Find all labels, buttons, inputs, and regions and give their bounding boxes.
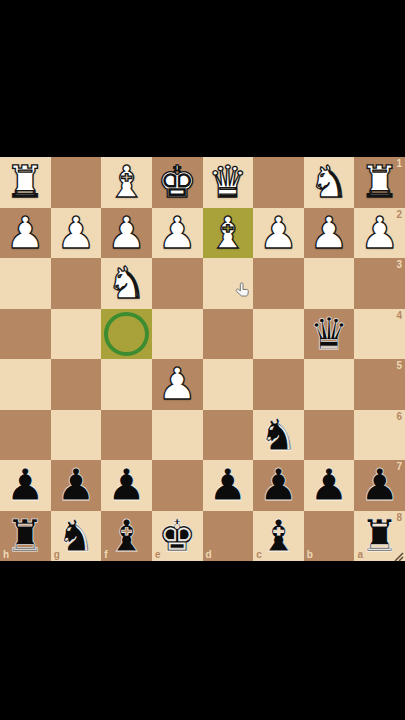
square-e3[interactable]	[152, 258, 203, 309]
square-a4[interactable]: 4	[354, 309, 405, 360]
square-b6[interactable]	[304, 410, 355, 461]
square-e4[interactable]	[152, 309, 203, 360]
square-h4[interactable]	[0, 309, 51, 360]
square-g1[interactable]	[51, 157, 102, 208]
square-d1[interactable]: ♛	[203, 157, 254, 208]
rank-label-5: 5	[396, 360, 402, 371]
square-f3[interactable]: ♞	[101, 258, 152, 309]
square-f2[interactable]: ♟	[101, 208, 152, 259]
white-bishop: ♝	[101, 157, 152, 208]
rank-label-6: 6	[396, 411, 402, 422]
square-g7[interactable]: ♟	[51, 460, 102, 511]
file-label-b: b	[307, 549, 313, 560]
square-h1[interactable]: ♜	[0, 157, 51, 208]
white-pawn: ♟	[253, 208, 304, 259]
square-f4[interactable]	[101, 309, 152, 360]
black-knight: ♞	[253, 410, 304, 461]
square-c4[interactable]	[253, 309, 304, 360]
square-h2[interactable]: ♟	[0, 208, 51, 259]
square-a5[interactable]: 5	[354, 359, 405, 410]
square-g3[interactable]	[51, 258, 102, 309]
square-d6[interactable]	[203, 410, 254, 461]
white-knight: ♞	[304, 157, 355, 208]
black-queen: ♛	[304, 309, 355, 360]
square-d3[interactable]	[203, 258, 254, 309]
square-f7[interactable]: ♟	[101, 460, 152, 511]
black-pawn: ♟	[203, 460, 254, 511]
white-pawn: ♟	[0, 208, 51, 259]
square-f6[interactable]	[101, 410, 152, 461]
square-a6[interactable]: 6	[354, 410, 405, 461]
square-f8[interactable]: ♝f	[101, 511, 152, 562]
circle-annotation-f4	[104, 312, 149, 357]
square-h3[interactable]	[0, 258, 51, 309]
square-b4[interactable]: ♛	[304, 309, 355, 360]
square-e6[interactable]	[152, 410, 203, 461]
square-g6[interactable]	[51, 410, 102, 461]
square-b7[interactable]: ♟	[304, 460, 355, 511]
white-rook: ♜	[0, 157, 51, 208]
rank-label-7: 7	[396, 461, 402, 472]
square-c5[interactable]	[253, 359, 304, 410]
file-label-e: e	[155, 549, 161, 560]
square-e5[interactable]: ♟	[152, 359, 203, 410]
square-f1[interactable]: ♝	[101, 157, 152, 208]
file-label-a: a	[357, 549, 363, 560]
square-a2[interactable]: ♟2	[354, 208, 405, 259]
square-e7[interactable]	[152, 460, 203, 511]
file-label-d: d	[206, 549, 212, 560]
square-e1[interactable]: ♚	[152, 157, 203, 208]
square-e8[interactable]: ♚e	[152, 511, 203, 562]
square-g5[interactable]	[51, 359, 102, 410]
white-pawn: ♟	[101, 208, 152, 259]
square-a8[interactable]: ♜8a	[354, 511, 405, 562]
black-pawn: ♟	[101, 460, 152, 511]
square-g2[interactable]: ♟	[51, 208, 102, 259]
square-d5[interactable]	[203, 359, 254, 410]
rank-label-8: 8	[396, 512, 402, 523]
square-d7[interactable]: ♟	[203, 460, 254, 511]
video-frame: { "game": "chess", "description": "Liche…	[0, 0, 405, 720]
file-label-g: g	[54, 549, 60, 560]
file-label-h: h	[3, 549, 9, 560]
black-bishop: ♝	[101, 511, 152, 562]
square-c7[interactable]: ♟	[253, 460, 304, 511]
white-king: ♚	[152, 157, 203, 208]
file-label-f: f	[104, 549, 107, 560]
rank-label-2: 2	[396, 209, 402, 220]
square-h8[interactable]: ♜h	[0, 511, 51, 562]
square-b5[interactable]	[304, 359, 355, 410]
white-pawn: ♟	[304, 208, 355, 259]
black-pawn: ♟	[304, 460, 355, 511]
square-c3[interactable]	[253, 258, 304, 309]
square-e2[interactable]: ♟	[152, 208, 203, 259]
square-b3[interactable]	[304, 258, 355, 309]
white-pawn: ♟	[51, 208, 102, 259]
square-b2[interactable]: ♟	[304, 208, 355, 259]
white-queen: ♛	[203, 157, 254, 208]
square-d4[interactable]	[203, 309, 254, 360]
rank-label-1: 1	[396, 158, 402, 169]
square-g8[interactable]: ♞g	[51, 511, 102, 562]
rank-label-4: 4	[396, 310, 402, 321]
square-h7[interactable]: ♟	[0, 460, 51, 511]
white-pawn: ♟	[152, 208, 203, 259]
square-c8[interactable]: ♝c	[253, 511, 304, 562]
square-a7[interactable]: ♟7	[354, 460, 405, 511]
square-h5[interactable]	[0, 359, 51, 410]
square-c1[interactable]	[253, 157, 304, 208]
chess-board: ♜♝♚♛♞♜1♟♟♟♟♝♟♟♟2♞3♛4♟5♞6♟♟♟♟♟♟♟7♜h♞g♝f♚e…	[0, 157, 405, 561]
white-knight: ♞	[101, 258, 152, 309]
board-resize-handle[interactable]	[392, 548, 404, 560]
square-h6[interactable]	[0, 410, 51, 461]
black-pawn: ♟	[0, 460, 51, 511]
square-b1[interactable]: ♞	[304, 157, 355, 208]
square-d2[interactable]: ♝	[203, 208, 254, 259]
square-b8[interactable]: b	[304, 511, 355, 562]
square-c6[interactable]: ♞	[253, 410, 304, 461]
square-a1[interactable]: ♜1	[354, 157, 405, 208]
white-pawn: ♟	[152, 359, 203, 410]
square-d8[interactable]: d	[203, 511, 254, 562]
square-a3[interactable]: 3	[354, 258, 405, 309]
square-f5[interactable]	[101, 359, 152, 410]
rank-label-3: 3	[396, 259, 402, 270]
white-bishop: ♝	[203, 208, 254, 259]
square-g4[interactable]	[51, 309, 102, 360]
black-pawn: ♟	[253, 460, 304, 511]
square-c2[interactable]: ♟	[253, 208, 304, 259]
black-pawn: ♟	[51, 460, 102, 511]
file-label-c: c	[256, 549, 262, 560]
